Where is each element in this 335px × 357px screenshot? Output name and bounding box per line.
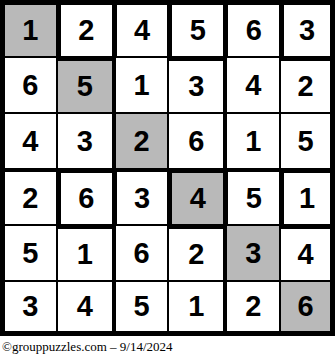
cell-r1c5: 6 <box>223 0 279 56</box>
cell-r5c6: 4 <box>279 224 335 280</box>
cell-r5c4: 2 <box>167 224 223 280</box>
cell-r3c6: 5 <box>279 112 335 168</box>
cell-r5c5: 3 <box>223 224 279 280</box>
cell-r1c1: 1 <box>0 0 56 56</box>
cell-r5c1: 5 <box>0 224 56 280</box>
cell-r3c3: 2 <box>112 112 168 168</box>
given-cell-r4c2: 6 <box>56 168 112 224</box>
cell-r6c6: 6 <box>279 280 335 336</box>
given-cell-r4c4: 4 <box>167 168 223 224</box>
cell-r4c5: 5 <box>223 168 279 224</box>
cell-r5c2: 1 <box>56 224 112 280</box>
copyright-credit: ©grouppuzzles.com – 9/14/2024 <box>2 339 333 355</box>
cell-r2c3: 1 <box>112 56 168 112</box>
cell-r6c2: 4 <box>56 280 112 336</box>
cell-r2c4: 3 <box>167 56 223 112</box>
cell-r6c3: 5 <box>112 280 168 336</box>
sudoku-answer-image: 124563651342432615263451516234345126 ©gr… <box>0 0 335 357</box>
cell-r4c1: 2 <box>0 168 56 224</box>
cell-r1c3: 4 <box>112 0 168 56</box>
cell-r6c4: 1 <box>167 280 223 336</box>
given-cell-r1c6: 3 <box>279 0 335 56</box>
cell-r3c5: 1 <box>223 112 279 168</box>
cell-r3c4: 6 <box>167 112 223 168</box>
given-cell-r1c2: 2 <box>56 0 112 56</box>
sudoku-board: 124563651342432615263451516234345126 <box>0 0 335 336</box>
cell-r2c1: 6 <box>0 56 56 112</box>
cell-r4c3: 3 <box>112 168 168 224</box>
cell-r6c1: 3 <box>0 280 56 336</box>
cell-r2c2: 5 <box>56 56 112 112</box>
cell-r2c6: 2 <box>279 56 335 112</box>
cell-r5c3: 6 <box>112 224 168 280</box>
cell-r6c5: 2 <box>223 280 279 336</box>
cell-r3c1: 4 <box>0 112 56 168</box>
given-cell-r1c4: 5 <box>167 0 223 56</box>
cell-r3c2: 3 <box>56 112 112 168</box>
cell-r2c5: 4 <box>223 56 279 112</box>
given-cell-r4c6: 1 <box>279 168 335 224</box>
